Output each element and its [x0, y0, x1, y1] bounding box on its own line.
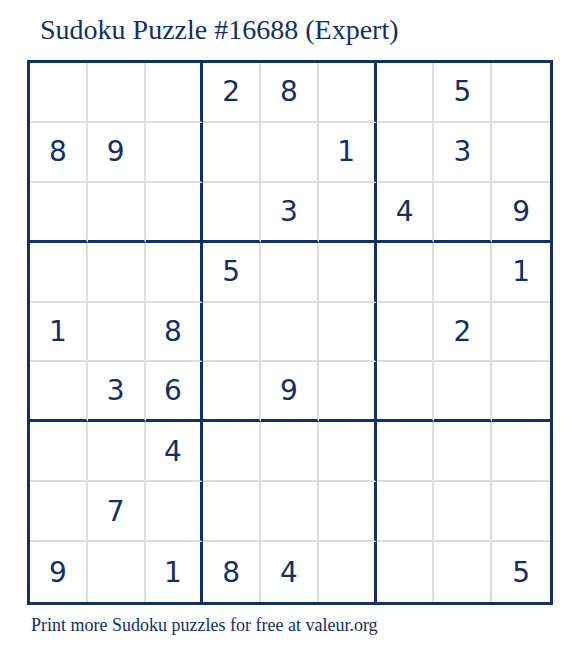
cell-r4c4[interactable]: 5 — [203, 243, 261, 303]
cell-r9c8[interactable] — [434, 542, 492, 602]
cell-r7c4[interactable] — [203, 422, 261, 482]
footer-text: Print more Sudoku puzzles for free at va… — [31, 615, 378, 636]
cell-r7c7[interactable] — [377, 422, 435, 482]
cell-r2c7[interactable] — [377, 123, 435, 183]
cell-r8c3[interactable] — [146, 482, 204, 542]
cell-r1c9[interactable] — [492, 63, 550, 123]
cell-r7c6[interactable] — [319, 422, 377, 482]
cell-r3c6[interactable] — [319, 183, 377, 243]
cell-r9c3[interactable]: 1 — [146, 542, 204, 602]
cell-r5c2[interactable] — [88, 303, 146, 363]
cell-r8c8[interactable] — [434, 482, 492, 542]
cell-r8c7[interactable] — [377, 482, 435, 542]
cell-r8c6[interactable] — [319, 482, 377, 542]
cell-r3c2[interactable] — [88, 183, 146, 243]
cell-r6c6[interactable] — [319, 362, 377, 422]
sudoku-grid: 2858913349511823694791845 — [27, 60, 553, 605]
cell-r5c9[interactable] — [492, 303, 550, 363]
cell-r8c2[interactable]: 7 — [88, 482, 146, 542]
cell-r3c3[interactable] — [146, 183, 204, 243]
cell-r3c8[interactable] — [434, 183, 492, 243]
cell-r3c5[interactable]: 3 — [261, 183, 319, 243]
cell-r4c1[interactable] — [30, 243, 88, 303]
cell-r7c1[interactable] — [30, 422, 88, 482]
page-title: Sudoku Puzzle #16688 (Expert) — [40, 14, 399, 46]
cell-r6c5[interactable]: 9 — [261, 362, 319, 422]
cell-r4c9[interactable]: 1 — [492, 243, 550, 303]
cell-r2c8[interactable]: 3 — [434, 123, 492, 183]
cell-r1c6[interactable] — [319, 63, 377, 123]
cell-r6c2[interactable]: 3 — [88, 362, 146, 422]
cell-r6c1[interactable] — [30, 362, 88, 422]
cell-r4c8[interactable] — [434, 243, 492, 303]
cell-r4c6[interactable] — [319, 243, 377, 303]
cell-r9c5[interactable]: 4 — [261, 542, 319, 602]
cell-r6c4[interactable] — [203, 362, 261, 422]
cell-r4c5[interactable] — [261, 243, 319, 303]
cell-r1c4[interactable]: 2 — [203, 63, 261, 123]
cell-r2c3[interactable] — [146, 123, 204, 183]
cell-r4c2[interactable] — [88, 243, 146, 303]
cell-r8c4[interactable] — [203, 482, 261, 542]
cell-r1c8[interactable]: 5 — [434, 63, 492, 123]
cell-r7c3[interactable]: 4 — [146, 422, 204, 482]
cell-r3c7[interactable]: 4 — [377, 183, 435, 243]
cell-r8c5[interactable] — [261, 482, 319, 542]
cell-r9c1[interactable]: 9 — [30, 542, 88, 602]
cell-r2c6[interactable]: 1 — [319, 123, 377, 183]
cell-r3c9[interactable]: 9 — [492, 183, 550, 243]
cell-r6c7[interactable] — [377, 362, 435, 422]
cell-r2c4[interactable] — [203, 123, 261, 183]
cell-r7c8[interactable] — [434, 422, 492, 482]
cell-r2c5[interactable] — [261, 123, 319, 183]
cell-r6c8[interactable] — [434, 362, 492, 422]
cell-r9c7[interactable] — [377, 542, 435, 602]
cell-r4c3[interactable] — [146, 243, 204, 303]
cell-r5c8[interactable]: 2 — [434, 303, 492, 363]
cell-r5c5[interactable] — [261, 303, 319, 363]
cell-r6c9[interactable] — [492, 362, 550, 422]
cell-r9c6[interactable] — [319, 542, 377, 602]
cell-r3c4[interactable] — [203, 183, 261, 243]
cell-r5c1[interactable]: 1 — [30, 303, 88, 363]
cell-r3c1[interactable] — [30, 183, 88, 243]
cell-r8c9[interactable] — [492, 482, 550, 542]
cell-r9c4[interactable]: 8 — [203, 542, 261, 602]
cell-r7c5[interactable] — [261, 422, 319, 482]
cell-r5c6[interactable] — [319, 303, 377, 363]
cell-r2c9[interactable] — [492, 123, 550, 183]
cell-r7c9[interactable] — [492, 422, 550, 482]
cell-r6c3[interactable]: 6 — [146, 362, 204, 422]
cell-r4c7[interactable] — [377, 243, 435, 303]
cell-r1c7[interactable] — [377, 63, 435, 123]
cell-r7c2[interactable] — [88, 422, 146, 482]
cell-r5c7[interactable] — [377, 303, 435, 363]
cell-r1c2[interactable] — [88, 63, 146, 123]
cell-r2c2[interactable]: 9 — [88, 123, 146, 183]
cell-r2c1[interactable]: 8 — [30, 123, 88, 183]
cell-r8c1[interactable] — [30, 482, 88, 542]
cell-r5c3[interactable]: 8 — [146, 303, 204, 363]
cell-r9c9[interactable]: 5 — [492, 542, 550, 602]
sudoku-page: Sudoku Puzzle #16688 (Expert) 2858913349… — [0, 0, 580, 651]
cell-r1c3[interactable] — [146, 63, 204, 123]
cell-r1c1[interactable] — [30, 63, 88, 123]
cell-r1c5[interactable]: 8 — [261, 63, 319, 123]
cell-r5c4[interactable] — [203, 303, 261, 363]
cell-r9c2[interactable] — [88, 542, 146, 602]
